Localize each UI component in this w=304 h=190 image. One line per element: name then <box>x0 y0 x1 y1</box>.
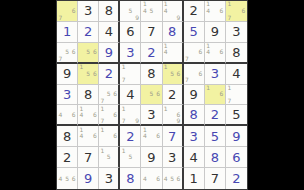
candidate-8 <box>148 98 155 105</box>
pencil-marks: 14 <box>163 43 182 62</box>
cell-r5c1[interactable]: 3 <box>57 85 78 106</box>
candidate-7 <box>141 182 148 189</box>
cell-r6c7[interactable]: 8 <box>184 105 205 126</box>
cell-r5c8[interactable]: 16 <box>205 85 226 106</box>
candidate-9: 9 <box>134 14 141 21</box>
entered-digit: 9 <box>232 130 240 143</box>
given-digit: 2 <box>190 4 198 17</box>
cell-r8c1[interactable]: 2 <box>57 147 78 168</box>
pencil-marks: 567 <box>57 43 77 62</box>
candidate-9 <box>134 160 141 167</box>
candidate-7 <box>120 14 127 21</box>
candidate-9 <box>112 140 118 147</box>
cell-r2c1[interactable]: 1 <box>57 22 78 43</box>
cell-r9c6[interactable]: 456 <box>163 168 184 189</box>
candidate-1: 1 <box>120 64 127 71</box>
candidate-8 <box>85 55 92 61</box>
candidate-8 <box>127 77 134 84</box>
entered-digit: 9 <box>84 172 92 185</box>
cell-r3c7[interactable]: 67 <box>184 43 205 64</box>
candidate-9 <box>218 98 225 105</box>
candidate-7: 7 <box>226 14 233 21</box>
cell-r1c2[interactable]: 3 <box>78 1 99 22</box>
candidate-5: 5 <box>85 70 92 77</box>
cell-r9c1[interactable]: 456 <box>57 168 78 189</box>
candidate-7 <box>78 118 85 124</box>
candidate-2 <box>190 64 197 71</box>
candidate-9 <box>92 77 99 84</box>
sudoku-board: 6738591451492146167124678593567569321467… <box>56 0 248 190</box>
pencil-marks: 56 <box>78 43 98 62</box>
pencil-marks: 59 <box>120 1 140 21</box>
given-digit: 8 <box>105 4 113 17</box>
pencil-marks: 56 <box>141 85 161 105</box>
given-digit: 8 <box>84 88 92 101</box>
given-digit: 9 <box>147 151 155 164</box>
pencil-marks: 156 <box>78 64 98 84</box>
pencil-marks: 146 <box>78 126 98 146</box>
candidate-7 <box>205 14 212 21</box>
candidate-9: 9 <box>175 14 181 21</box>
entered-digit: 3 <box>126 46 134 59</box>
cell-r2c4[interactable]: 6 <box>120 22 141 43</box>
candidate-6: 6 <box>112 133 118 140</box>
candidate-9 <box>175 55 181 61</box>
candidate-8 <box>127 118 134 124</box>
candidate-2 <box>64 1 71 8</box>
candidate-5 <box>148 175 155 182</box>
cell-r1c5[interactable]: 145 <box>141 1 162 22</box>
candidate-8 <box>190 77 197 84</box>
cell-r3c4[interactable]: 3 <box>120 43 141 64</box>
candidate-7: 7 <box>57 14 64 21</box>
entered-digit: 7 <box>168 130 176 143</box>
candidate-6 <box>240 91 247 98</box>
candidate-6: 6 <box>175 175 181 182</box>
cell-r8c5[interactable]: 9 <box>141 147 162 168</box>
candidate-1: 1 <box>226 85 233 92</box>
candidate-3 <box>175 1 181 8</box>
candidate-9 <box>197 55 204 61</box>
cell-r4c2[interactable]: 156 <box>78 64 99 85</box>
pencil-marks: 46 <box>141 168 161 189</box>
cell-r9c5[interactable]: 46 <box>141 168 162 189</box>
candidate-1: 1 <box>120 147 127 154</box>
candidate-4: 4 <box>78 133 85 140</box>
cell-r4c5[interactable]: 8 <box>141 64 162 85</box>
given-digit: 9 <box>190 88 198 101</box>
candidate-9 <box>70 55 77 61</box>
candidate-2 <box>233 1 240 8</box>
candidate-7 <box>141 140 148 147</box>
candidate-6: 6 <box>218 8 225 15</box>
candidate-7: 7 <box>120 118 127 124</box>
candidate-5 <box>190 70 197 77</box>
candidate-4 <box>120 154 127 161</box>
candidate-9 <box>70 182 77 189</box>
entered-digit: 2 <box>84 25 92 38</box>
candidate-1: 1 <box>78 64 85 71</box>
candidate-6 <box>112 154 118 161</box>
entered-digit: 5 <box>190 25 198 38</box>
candidate-5 <box>85 133 92 140</box>
cell-r4c4[interactable]: 17 <box>120 64 141 85</box>
cell-r9c7[interactable]: 1 <box>184 168 205 189</box>
candidate-8 <box>211 98 218 105</box>
pencil-marks: 146 <box>205 1 225 21</box>
cell-r9c8[interactable]: 7 <box>205 168 226 189</box>
candidate-6: 6 <box>155 133 162 140</box>
given-digit: 3 <box>232 25 240 38</box>
entered-digit: 3 <box>211 67 219 80</box>
cell-r2c6[interactable]: 8 <box>163 22 184 43</box>
candidate-8 <box>190 55 197 61</box>
cell-r4c9[interactable]: 4 <box>226 64 247 85</box>
cell-r8c4[interactable]: 15 <box>120 147 141 168</box>
given-digit: 8 <box>147 67 155 80</box>
candidate-1: 1 <box>226 1 233 8</box>
candidate-7 <box>205 55 212 61</box>
candidate-8 <box>211 14 218 21</box>
cell-r3c6[interactable]: 14 <box>163 43 184 64</box>
candidate-9 <box>112 118 118 124</box>
pencil-marks: 149 <box>163 1 182 21</box>
cell-r7c9[interactable]: 9 <box>226 126 247 147</box>
candidate-8 <box>148 182 155 189</box>
cell-r6c9[interactable]: 5 <box>226 105 247 126</box>
given-digit: 2 <box>168 88 176 101</box>
cell-r5c5[interactable]: 56 <box>141 85 162 106</box>
cell-r6c5[interactable]: 3 <box>141 105 162 126</box>
candidate-3 <box>134 1 141 8</box>
cell-r2c8[interactable]: 9 <box>205 22 226 43</box>
candidate-1: 1 <box>205 85 212 92</box>
cell-r8c9[interactable]: 6 <box>226 147 247 168</box>
entered-digit: 8 <box>168 25 176 38</box>
entered-digit: 2 <box>105 67 113 80</box>
cell-r5c9[interactable]: 17 <box>226 85 247 106</box>
pencil-marks: 16 <box>99 126 118 146</box>
entered-digit: 5 <box>211 130 219 143</box>
given-digit: 6 <box>126 25 134 38</box>
candidate-3 <box>240 85 247 92</box>
candidate-7: 7 <box>120 77 127 84</box>
cell-r9c4[interactable]: 8 <box>120 168 141 189</box>
candidate-9 <box>175 77 181 84</box>
cell-r3c5[interactable]: 2 <box>141 43 162 64</box>
cell-r9c3[interactable]: 3 <box>99 168 120 189</box>
cell-r1c1[interactable]: 67 <box>57 1 78 22</box>
cell-r4c6[interactable]: 156 <box>163 64 184 85</box>
candidate-4: 4 <box>141 8 148 15</box>
cell-r3c8[interactable]: 146 <box>205 43 226 64</box>
candidate-8 <box>64 55 71 61</box>
candidate-1 <box>141 85 148 92</box>
candidate-7 <box>57 182 64 189</box>
candidate-9 <box>92 140 99 147</box>
candidate-8 <box>148 140 155 147</box>
candidate-6: 6 <box>155 175 162 182</box>
candidate-7 <box>205 98 212 105</box>
entered-digit: 3 <box>190 130 198 143</box>
candidate-4 <box>141 91 148 98</box>
pencil-marks: 169 <box>163 105 182 124</box>
candidate-9 <box>112 160 118 167</box>
cell-r8c2[interactable]: 7 <box>78 147 99 168</box>
entered-digit: 6 <box>232 151 240 164</box>
candidate-8 <box>85 118 92 124</box>
cell-r7c4[interactable]: 2 <box>120 126 141 147</box>
candidate-5 <box>211 8 218 15</box>
cell-r4c3[interactable]: 2 <box>99 64 120 85</box>
candidate-6: 6 <box>155 91 162 98</box>
candidate-1 <box>120 1 127 8</box>
candidate-5: 5 <box>64 175 71 182</box>
cell-r7c3[interactable]: 16 <box>99 126 120 147</box>
given-digit: 3 <box>147 108 155 121</box>
candidate-7: 7 <box>57 55 64 61</box>
candidate-1 <box>57 1 64 8</box>
cell-r1c3[interactable]: 8 <box>99 1 120 22</box>
candidate-7 <box>141 14 148 21</box>
candidate-9 <box>155 140 162 147</box>
candidate-8 <box>64 182 71 189</box>
candidate-3 <box>134 147 141 154</box>
screen: 6738591451492146167124678593567569321467… <box>0 0 304 190</box>
candidate-5 <box>211 91 218 98</box>
candidate-6: 6 <box>218 91 225 98</box>
candidate-9 <box>155 182 162 189</box>
candidate-8 <box>233 14 240 21</box>
candidate-6: 6 <box>92 70 99 77</box>
pencil-marks: 167 <box>99 105 118 124</box>
pencil-marks: 167 <box>226 1 247 21</box>
candidate-7: 7 <box>226 98 233 105</box>
cell-r2c5[interactable]: 7 <box>141 22 162 43</box>
pencil-marks: 17 <box>226 85 247 105</box>
candidate-9 <box>92 118 99 124</box>
cell-r3c9[interactable]: 8 <box>226 43 247 64</box>
cell-r2c2[interactable]: 2 <box>78 22 99 43</box>
candidate-1 <box>184 64 191 71</box>
cell-r7c1[interactable]: 8 <box>57 126 78 147</box>
candidate-5 <box>233 8 240 15</box>
cell-r7c6[interactable]: 7 <box>163 126 184 147</box>
candidate-2 <box>211 85 218 92</box>
candidate-7: 7 <box>184 55 191 61</box>
entered-digit: 2 <box>232 172 240 185</box>
cell-r5c2[interactable]: 8 <box>78 85 99 106</box>
candidate-8 <box>64 118 71 124</box>
cell-r4c7[interactable]: 67 <box>184 64 205 85</box>
candidate-2 <box>148 126 155 133</box>
given-digit: 7 <box>147 25 155 38</box>
cell-r5c4[interactable]: 4 <box>120 85 141 106</box>
pencil-marks: 46 <box>57 105 77 124</box>
candidate-5: 5 <box>148 8 155 15</box>
candidate-7 <box>120 160 127 167</box>
candidate-8 <box>211 55 218 61</box>
candidate-4: 4 <box>141 133 148 140</box>
pencil-marks: 456 <box>57 168 77 189</box>
candidate-9 <box>155 98 162 105</box>
cell-r3c1[interactable]: 567 <box>57 43 78 64</box>
pencil-marks: 146 <box>141 126 161 146</box>
candidate-9 <box>240 14 247 21</box>
entered-digit: 3 <box>63 88 71 101</box>
given-digit: 4 <box>190 151 198 164</box>
candidate-9 <box>70 14 77 21</box>
cell-r2c7[interactable]: 5 <box>184 22 205 43</box>
pencil-marks: 67 <box>184 43 204 62</box>
cell-r4c8[interactable]: 3 <box>205 64 226 85</box>
candidate-6: 6 <box>240 8 247 15</box>
pencil-marks: 16 <box>205 85 225 105</box>
candidate-7: 7 <box>184 77 191 84</box>
candidate-9 <box>197 77 204 84</box>
cell-r1c8[interactable]: 146 <box>205 1 226 22</box>
entered-digit: 2 <box>147 46 155 59</box>
candidate-2 <box>127 64 134 71</box>
candidate-2 <box>211 1 218 8</box>
entered-digit: 1 <box>63 25 71 38</box>
cell-r1c7[interactable]: 2 <box>184 1 205 22</box>
cell-r8c3[interactable]: 15 <box>99 147 120 168</box>
candidate-2 <box>148 168 155 175</box>
candidate-6: 6 <box>92 133 99 140</box>
given-digit: 9 <box>63 67 71 80</box>
candidate-7 <box>78 77 85 84</box>
given-digit: 3 <box>84 4 92 17</box>
candidate-9 <box>92 55 99 61</box>
entered-digit: 8 <box>211 151 219 164</box>
cell-r7c8[interactable]: 5 <box>205 126 226 147</box>
cell-r6c1[interactable]: 46 <box>57 105 78 126</box>
entered-digit: 2 <box>126 130 134 143</box>
cell-r3c3[interactable]: 9 <box>99 43 120 64</box>
given-digit: 3 <box>168 151 176 164</box>
candidate-5: 5 <box>148 91 155 98</box>
cell-r8c7[interactable]: 4 <box>184 147 205 168</box>
cell-r4c1[interactable]: 9 <box>57 64 78 85</box>
pencil-marks: 179 <box>120 105 140 124</box>
given-digit: 3 <box>105 172 113 185</box>
cell-r2c3[interactable]: 4 <box>99 22 120 43</box>
cell-r6c4[interactable]: 179 <box>120 105 141 126</box>
candidate-9: 9 <box>134 118 141 124</box>
candidate-9 <box>240 98 247 105</box>
candidate-8 <box>148 14 155 21</box>
candidate-8 <box>85 77 92 84</box>
candidate-5 <box>64 8 71 15</box>
candidate-6: 6 <box>175 70 181 77</box>
cell-r9c2[interactable]: 9 <box>78 168 99 189</box>
given-digit: 2 <box>63 151 71 164</box>
pencil-marks: 146 <box>205 43 225 62</box>
cell-r5c6[interactable]: 2 <box>163 85 184 106</box>
candidate-5: 5 <box>127 154 134 161</box>
cell-r7c7[interactable]: 3 <box>184 126 205 147</box>
pencil-marks: 15 <box>99 147 118 167</box>
candidate-5 <box>233 91 240 98</box>
candidate-4: 4 <box>57 175 64 182</box>
candidate-7 <box>141 98 148 105</box>
cell-r5c3[interactable]: 567 <box>99 85 120 106</box>
candidate-6: 6 <box>197 70 204 77</box>
candidate-9 <box>155 14 162 21</box>
candidate-9 <box>175 182 181 189</box>
given-digit: 9 <box>211 25 219 38</box>
candidate-4 <box>78 70 85 77</box>
candidate-6 <box>134 154 141 161</box>
cell-r7c2[interactable]: 146 <box>78 126 99 147</box>
candidate-5 <box>148 133 155 140</box>
candidate-4: 4 <box>141 175 148 182</box>
candidate-2 <box>233 85 240 92</box>
cell-r3c2[interactable]: 56 <box>78 43 99 64</box>
entered-digit: 8 <box>126 172 134 185</box>
candidate-3 <box>155 1 162 8</box>
given-digit: 7 <box>211 172 219 185</box>
given-digit: 7 <box>84 151 92 164</box>
candidate-8 <box>127 160 134 167</box>
cell-r6c6[interactable]: 169 <box>163 105 184 126</box>
candidate-7 <box>78 140 85 147</box>
cell-r9c9[interactable]: 2 <box>226 168 247 189</box>
cell-r1c4[interactable]: 59 <box>120 1 141 22</box>
pencil-marks: 17 <box>120 64 140 84</box>
candidate-8 <box>64 14 71 21</box>
candidate-2 <box>85 126 92 133</box>
candidate-8 <box>233 98 240 105</box>
candidate-9: 9 <box>175 118 181 124</box>
pencil-marks: 456 <box>163 168 182 189</box>
candidate-8 <box>85 140 92 147</box>
cell-r6c3[interactable]: 167 <box>99 105 120 126</box>
candidate-4 <box>205 91 212 98</box>
cell-r6c8[interactable]: 2 <box>205 105 226 126</box>
cell-r8c8[interactable]: 8 <box>205 147 226 168</box>
pencil-marks: 146 <box>78 105 98 124</box>
candidate-6 <box>134 70 141 77</box>
cell-r5c7[interactable]: 9 <box>184 85 205 106</box>
cell-r2c9[interactable]: 3 <box>226 22 247 43</box>
cell-r7c5[interactable]: 146 <box>141 126 162 147</box>
candidate-9 <box>134 77 141 84</box>
pencil-marks: 67 <box>184 64 204 84</box>
entered-digit: 2 <box>211 108 219 121</box>
given-digit: 4 <box>105 25 113 38</box>
cell-r8c6[interactable]: 3 <box>163 147 184 168</box>
pencil-marks: 67 <box>57 1 77 21</box>
pencil-marks: 567 <box>99 85 118 105</box>
pencil-marks: 15 <box>120 147 140 167</box>
cell-r6c2[interactable]: 146 <box>78 105 99 126</box>
candidate-7 <box>57 118 64 124</box>
cell-r1c9[interactable]: 167 <box>226 1 247 22</box>
candidate-5: 5 <box>127 8 134 15</box>
candidate-5 <box>127 70 134 77</box>
pencil-marks: 145 <box>141 1 161 21</box>
candidate-4: 4 <box>205 8 212 15</box>
candidate-6: 6 <box>112 91 118 98</box>
candidate-9 <box>218 14 225 21</box>
given-digit: 5 <box>232 108 240 121</box>
candidate-9 <box>112 98 118 105</box>
given-digit: 4 <box>126 88 134 101</box>
cell-r1c6[interactable]: 149 <box>163 1 184 22</box>
entered-digit: 8 <box>190 108 198 121</box>
